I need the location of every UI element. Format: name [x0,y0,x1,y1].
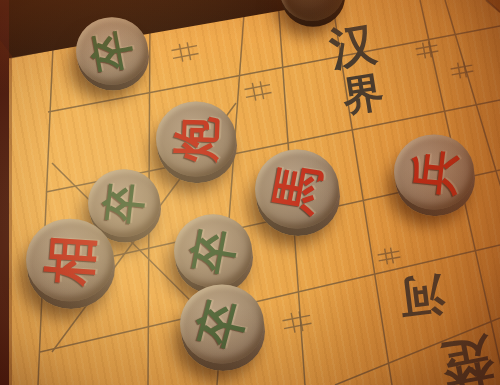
piece-glyph: 炮 [155,100,238,178]
piece-glyph: 卒 [171,276,273,372]
piece-black-soldier-4[interactable]: 卒 [180,285,264,364]
piece-glyph: 馬 [248,143,345,234]
xiangqi-board-photo: 汉 界 河 楚 卒炮卒馬兵卒相卒 [0,0,500,385]
piece-piece-edge-dark[interactable] [280,0,344,21]
piece-glyph: 相 [23,216,117,304]
piece-glyph: 兵 [390,131,478,214]
piece-red-soldier[interactable]: 兵 [394,134,474,209]
pieces-layer: 卒炮卒馬兵卒相卒 [0,0,500,385]
piece-red-elephant[interactable]: 相 [26,219,114,302]
piece-red-horse[interactable]: 馬 [255,150,339,229]
piece-red-cannon[interactable]: 炮 [156,101,236,176]
piece-black-soldier-3[interactable]: 卒 [174,214,252,287]
piece-glyph: 卒 [70,12,153,90]
piece-black-soldier-1[interactable]: 卒 [76,17,148,85]
